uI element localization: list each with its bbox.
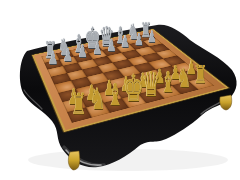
silver-pawn[interactable]: ♟ (106, 37, 116, 54)
gold-rook[interactable]: ♜ (193, 62, 209, 87)
gold-king[interactable]: ♚ (122, 70, 145, 107)
silver-pawn[interactable]: ♟ (92, 40, 103, 57)
gold-bishop[interactable]: ♝ (106, 80, 125, 111)
board-foot-right (220, 95, 232, 110)
gold-rook[interactable]: ♜ (70, 90, 88, 119)
chess-set-photo: ♜♞♝♛♚♝♞♜♟♟♟♟♟♟♟♟♟♟♟♟♟♟♟♟♜♞♝♛♚♝♞♜ Luxury … (0, 0, 240, 180)
silver-pawn[interactable]: ♟ (147, 29, 157, 45)
silver-pawn[interactable]: ♟ (63, 46, 74, 64)
silver-pawn[interactable]: ♟ (120, 34, 130, 51)
board-foot-left (68, 151, 79, 170)
silver-pawn[interactable]: ♟ (77, 43, 88, 60)
silver-pawn[interactable]: ♟ (48, 49, 59, 67)
silver-pawn[interactable]: ♟ (134, 32, 144, 48)
gold-knight[interactable]: ♞ (176, 65, 192, 91)
gold-knight[interactable]: ♞ (88, 85, 106, 115)
